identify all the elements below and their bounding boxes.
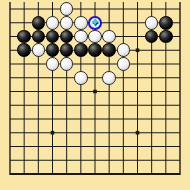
stone-white[interactable]: [102, 30, 116, 44]
stone-black[interactable]: [102, 43, 116, 57]
stone-white[interactable]: [117, 43, 131, 57]
stone-black[interactable]: [74, 43, 88, 57]
stone-black[interactable]: [17, 30, 31, 44]
stone-black[interactable]: [32, 16, 46, 30]
stone-black[interactable]: [88, 43, 102, 57]
stone-white[interactable]: [74, 16, 88, 30]
stone-black[interactable]: [17, 43, 31, 57]
stone-white[interactable]: [117, 57, 131, 71]
stone-white-marked[interactable]: ✦: [88, 16, 102, 30]
stone-white[interactable]: [74, 30, 88, 44]
stone-white[interactable]: [88, 30, 102, 44]
stone-black[interactable]: [159, 16, 173, 30]
star-point: [93, 90, 97, 94]
star-point: [51, 131, 55, 135]
stone-white[interactable]: [60, 2, 74, 16]
stone-white[interactable]: [60, 57, 74, 71]
go-board[interactable]: ✦: [0, 0, 190, 190]
stone-black[interactable]: [159, 30, 173, 44]
stone-white[interactable]: [46, 16, 60, 30]
stone-white[interactable]: [60, 16, 74, 30]
go-diagram: ✦: [0, 0, 190, 190]
last-move-star-icon: ✦: [90, 18, 100, 28]
star-point: [136, 48, 140, 52]
stone-white[interactable]: [145, 16, 159, 30]
stone-white[interactable]: [46, 57, 60, 71]
stone-white[interactable]: [32, 43, 46, 57]
star-point: [136, 131, 140, 135]
stone-white[interactable]: [74, 71, 88, 85]
stone-white[interactable]: [102, 71, 116, 85]
